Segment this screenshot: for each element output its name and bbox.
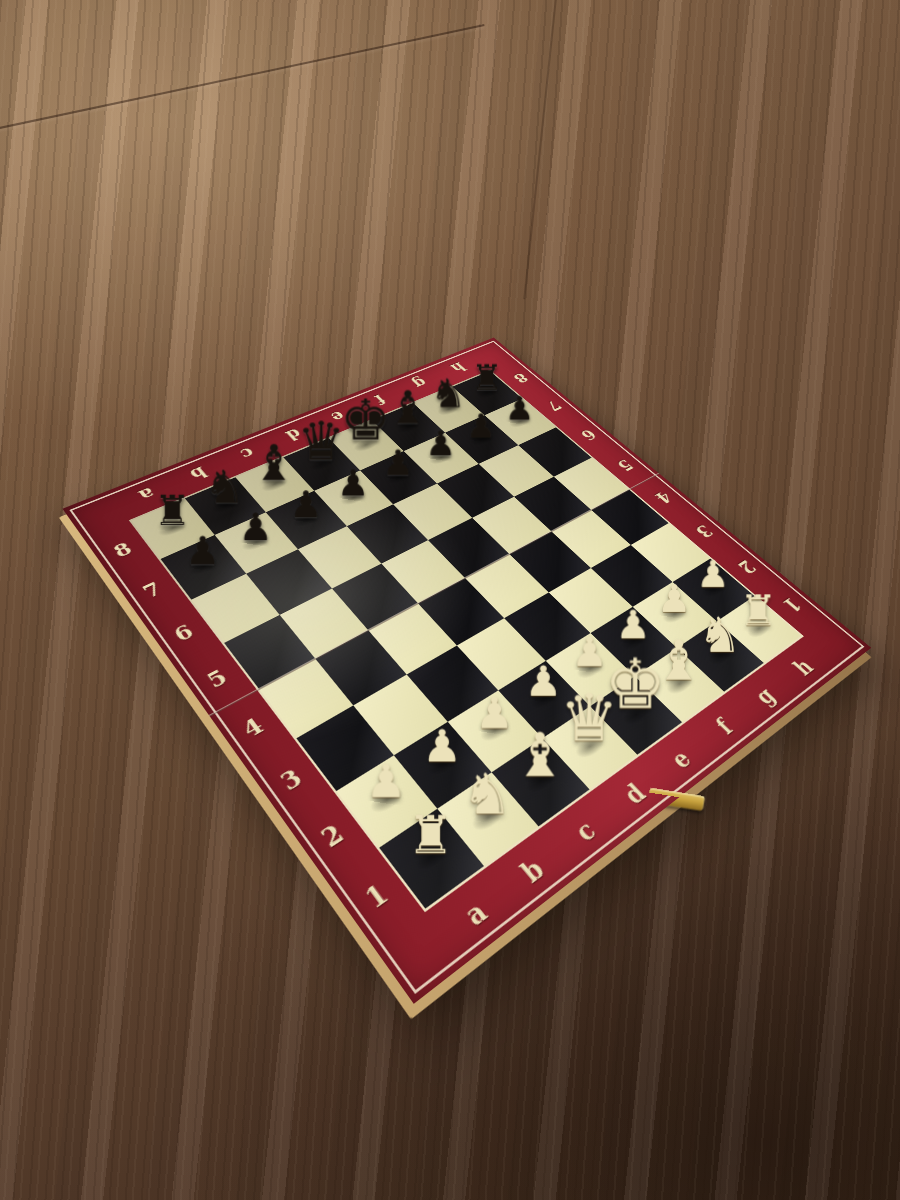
piece-glyph: ♞ (698, 611, 742, 660)
piece-glyph: ♜ (739, 590, 777, 632)
chess-board: aa88bb77cc66dd55ee44ff33gg22hh11 ♜♞♝♛♚♝♞… (62, 337, 871, 1004)
piece-glyph: ♟ (185, 531, 220, 570)
piece-glyph: ♟ (657, 580, 691, 618)
piece-glyph: ♛ (560, 685, 619, 751)
photo-scene: aa88bb77cc66dd55ee44ff33gg22hh11 ♜♞♝♛♚♝♞… (0, 0, 900, 1200)
piece-glyph: ♟ (525, 661, 562, 703)
piece-glyph: ♝ (513, 725, 568, 786)
piece-glyph: ♜ (407, 809, 454, 862)
piece-glyph: ♟ (365, 759, 406, 805)
piece-glyph: ♟ (475, 692, 514, 735)
piece-glyph: ♟ (616, 605, 651, 644)
photo-canvas: { "game": "chess", "scene": { "descripti… (0, 0, 900, 1200)
piece-glyph: ♟ (572, 632, 608, 672)
piece-glyph: ♟ (422, 724, 462, 768)
piece-glyph: ♞ (462, 765, 513, 822)
